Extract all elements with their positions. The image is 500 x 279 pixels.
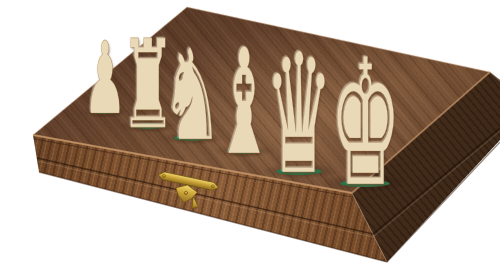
piece-white-king: ♚: [325, 36, 406, 211]
brass-clasp-icon: [153, 171, 220, 213]
chess-box-photo: ♟ ♜ ♞ ♝ ♛ ♚: [0, 0, 500, 279]
